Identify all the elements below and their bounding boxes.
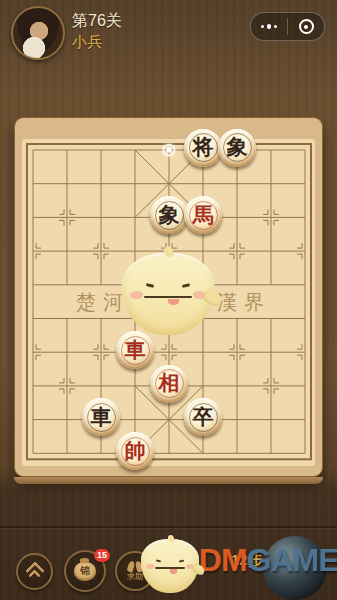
globe-icon — [263, 536, 327, 600]
piece-glyph: 将 — [193, 137, 214, 158]
dot-icon — [261, 25, 264, 28]
exit-button[interactable] — [288, 13, 324, 40]
piece-glyph: 象 — [227, 137, 248, 158]
menu-button[interactable] — [16, 553, 53, 590]
steps-counter: 12步 — [231, 551, 263, 570]
help-button-label: 求助 — [127, 573, 143, 581]
piece-red-車[interactable]: 車 — [116, 331, 154, 369]
piece-red-馬[interactable]: 馬 — [184, 196, 222, 234]
money-bag-icon: 锦 — [74, 562, 96, 581]
more-options-button[interactable] — [251, 13, 287, 40]
piece-red-相[interactable]: 相 — [150, 365, 188, 403]
dot-icon — [267, 24, 272, 29]
player-rank-label: 小兵 — [72, 33, 102, 52]
piece-glyph: 相 — [159, 373, 180, 394]
mascot-chick-small — [141, 539, 199, 593]
piece-red-帥[interactable]: 帥 — [116, 432, 154, 470]
header-bar: 第76关 小兵 — [0, 0, 337, 60]
pieces-layer: 将象象馬車相車卒帥 — [16, 133, 322, 470]
piece-glyph: 卒 — [193, 407, 214, 428]
piece-glyph: 車 — [91, 407, 112, 428]
circle-dot-icon — [299, 19, 314, 34]
piece-black-車[interactable]: 車 — [82, 398, 120, 436]
hint-count-badge: 15 — [94, 549, 110, 562]
piece-glyph: 帥 — [125, 441, 146, 462]
bag-character: 锦 — [80, 564, 90, 578]
piece-black-将[interactable]: 将 — [184, 129, 222, 167]
piece-black-象[interactable]: 象 — [150, 196, 188, 234]
piece-black-卒[interactable]: 卒 — [184, 398, 222, 436]
piece-black-象[interactable]: 象 — [218, 129, 256, 167]
xiangqi-board[interactable]: 楚河 漢界 将象象馬車相車卒帥 — [14, 117, 323, 477]
piece-glyph: 車 — [125, 340, 146, 361]
miniprogram-capsule — [250, 12, 325, 41]
level-title: 第76关 — [72, 11, 122, 32]
player-avatar — [11, 6, 65, 60]
footer-divider — [0, 526, 337, 528]
piece-glyph: 馬 — [193, 205, 214, 226]
hint-bag-button[interactable]: 锦 15 — [64, 550, 106, 592]
dot-icon — [274, 25, 277, 28]
piece-glyph: 象 — [159, 205, 180, 226]
